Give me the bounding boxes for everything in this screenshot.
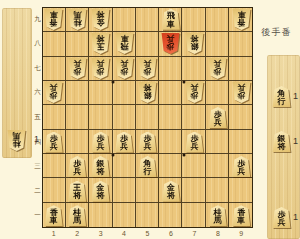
board-square[interactable] <box>182 105 205 129</box>
piece-kanji: 銀将 <box>272 131 291 152</box>
board-square[interactable] <box>66 105 89 129</box>
piece-kanji: 歩兵 <box>185 82 204 103</box>
board-square[interactable] <box>229 130 252 154</box>
piece-gote[interactable]: 王将 <box>68 181 87 202</box>
hand-piece-count: 1 <box>34 135 39 144</box>
piece-sente[interactable]: 歩兵 <box>185 82 204 103</box>
board-square[interactable] <box>182 57 205 81</box>
rank-label: 六 <box>33 89 42 96</box>
board-square[interactable] <box>206 178 229 202</box>
rank-label: 五 <box>33 114 42 121</box>
piece-gote[interactable]: 歩兵 <box>91 132 110 153</box>
piece-kanji: 歩兵 <box>68 58 87 79</box>
file-label: 8 <box>213 230 223 237</box>
piece-kanji: 歩兵 <box>91 58 110 79</box>
file-label: 7 <box>189 230 199 237</box>
board-square[interactable] <box>182 8 205 32</box>
piece-kanji: 歩兵 <box>115 132 134 153</box>
piece-gote[interactable]: 歩兵 <box>185 132 204 153</box>
piece-gote[interactable]: 歩兵 <box>232 156 251 177</box>
piece-sente[interactable]: 歩兵 <box>91 58 110 79</box>
piece-sente[interactable]: 歩兵 <box>115 58 134 79</box>
hand-piece-count: 1 <box>293 213 298 222</box>
piece-sente[interactable]: 桂馬 <box>68 9 87 30</box>
board-square[interactable] <box>229 57 252 81</box>
piece-gote[interactable]: 飛車 <box>161 9 180 30</box>
board-square[interactable] <box>66 130 89 154</box>
piece-kanji: 金将 <box>91 9 110 30</box>
file-label: 3 <box>96 230 106 237</box>
piece-kanji: 歩兵 <box>68 156 87 177</box>
piece-kanji: 歩兵 <box>272 207 291 228</box>
piece-kanji: 銀将 <box>91 156 110 177</box>
piece-gote[interactable]: 歩兵 <box>115 132 134 153</box>
piece-kanji: 桂馬 <box>68 9 87 30</box>
piece-gote[interactable]: 金将 <box>91 181 110 202</box>
piece-kanji: 歩兵 <box>208 107 227 128</box>
board-square[interactable] <box>113 8 136 32</box>
piece-kanji: 歩兵 <box>138 132 157 153</box>
board-square[interactable] <box>206 154 229 178</box>
piece-gote[interactable]: 歩兵 <box>68 156 87 177</box>
rank-label: 九 <box>33 16 42 23</box>
board-square[interactable] <box>159 154 182 178</box>
board-square[interactable] <box>182 178 205 202</box>
file-label: 4 <box>119 230 129 237</box>
piece-gote[interactable]: 桂馬 <box>68 205 87 226</box>
piece-kanji: 桂馬 <box>208 205 227 226</box>
piece-kanji: 角行 <box>138 156 157 177</box>
piece-kanji: 歩兵 <box>44 132 63 153</box>
piece-kanji: 歩兵 <box>185 132 204 153</box>
board-square[interactable] <box>159 130 182 154</box>
piece-kanji: 歩兵 <box>208 58 227 79</box>
piece-kanji: 香車 <box>232 9 251 30</box>
piece-kanji: 香車 <box>232 205 251 226</box>
hand-piece-count: 1 <box>293 92 298 101</box>
board-square[interactable] <box>136 203 159 227</box>
piece-gote[interactable]: 角行 <box>138 156 157 177</box>
piece-gote[interactable]: 歩兵 <box>44 132 63 153</box>
file-label: 1 <box>49 230 59 237</box>
piece-kanji: 金将 <box>161 181 180 202</box>
piece-sente[interactable]: 歩兵 <box>208 58 227 79</box>
piece-kanji: 桂馬 <box>68 205 87 226</box>
piece-kanji: 歩兵 <box>91 132 110 153</box>
file-label: 5 <box>143 230 153 237</box>
piece-gote[interactable]: 香車 <box>44 205 63 226</box>
board-square[interactable] <box>159 57 182 81</box>
board-square[interactable] <box>113 105 136 129</box>
piece-sente[interactable]: 銀将 <box>138 82 157 103</box>
piece-kanji: 桂馬 <box>7 130 26 151</box>
board-square[interactable] <box>206 8 229 32</box>
piece-kanji: 金将 <box>91 181 110 202</box>
board-square[interactable] <box>43 32 66 56</box>
piece-gote[interactable]: 歩兵 <box>208 107 227 128</box>
hoshi-dot <box>182 154 185 157</box>
board-square[interactable] <box>136 178 159 202</box>
board-square[interactable] <box>182 203 205 227</box>
piece-sente[interactable]: 香車 <box>232 9 251 30</box>
piece-kanji: 歩兵 <box>44 82 63 103</box>
piece-kanji: 飛車 <box>161 9 180 30</box>
piece-kanji: 歩兵 <box>232 156 251 177</box>
board-square[interactable] <box>229 32 252 56</box>
board-square[interactable] <box>206 81 229 105</box>
piece-sente[interactable]: 香車 <box>44 9 63 30</box>
board-square[interactable] <box>66 32 89 56</box>
piece-kanji: 飛車 <box>115 33 134 54</box>
board-square[interactable] <box>43 178 66 202</box>
piece-kanji: 歩兵 <box>138 58 157 79</box>
board-square[interactable] <box>113 178 136 202</box>
turn-indicator: 後手番 <box>253 26 300 39</box>
board-square[interactable] <box>43 57 66 81</box>
board-square[interactable] <box>43 105 66 129</box>
piece-kanji: 王将 <box>68 181 87 202</box>
board-square[interactable] <box>206 130 229 154</box>
rank-label: 七 <box>33 65 42 72</box>
rank-label: 一 <box>33 212 42 219</box>
piece-sente[interactable]: 金将 <box>91 9 110 30</box>
hand-piece-count: 1 <box>293 137 298 146</box>
board-square[interactable] <box>136 32 159 56</box>
piece-kanji: 銀将 <box>138 82 157 103</box>
board-square[interactable] <box>206 32 229 56</box>
rank-label: 三 <box>33 163 42 170</box>
piece-kanji: 歩兵 <box>115 58 134 79</box>
file-label: 2 <box>72 230 82 237</box>
board-square[interactable] <box>113 154 136 178</box>
piece-sente[interactable]: 飛車 <box>115 33 134 54</box>
piece-sente[interactable]: 歩兵 <box>68 58 87 79</box>
rank-label: 二 <box>33 188 42 195</box>
board-square[interactable] <box>113 203 136 227</box>
board-square[interactable] <box>89 203 112 227</box>
board-square[interactable] <box>89 81 112 105</box>
piece-sente[interactable]: 玉将 <box>91 33 110 54</box>
board-square[interactable] <box>43 154 66 178</box>
board-square[interactable] <box>136 8 159 32</box>
board-square[interactable] <box>159 81 182 105</box>
piece-gote[interactable]: 角行 <box>272 86 291 107</box>
piece-kanji: 玉将 <box>91 33 110 54</box>
hoshi-dot <box>112 80 115 83</box>
piece-sente[interactable]: 桂馬 <box>7 130 26 151</box>
board-square[interactable] <box>66 81 89 105</box>
piece-gote[interactable]: 金将 <box>161 181 180 202</box>
board-square[interactable] <box>229 178 252 202</box>
file-label: 6 <box>166 230 176 237</box>
board-square[interactable] <box>159 203 182 227</box>
piece-gote[interactable]: 歩兵 <box>138 132 157 153</box>
piece-gote[interactable]: 香車 <box>232 205 251 226</box>
piece-gote[interactable]: 歩兵 <box>272 207 291 228</box>
piece-kanji: 歩兵 <box>232 82 251 103</box>
piece-kanji: 角行 <box>272 86 291 107</box>
piece-kanji: 香車 <box>44 205 63 226</box>
board-square[interactable] <box>229 105 252 129</box>
piece-gote[interactable]: 銀将 <box>272 131 291 152</box>
piece-kanji: 香車 <box>44 9 63 30</box>
file-label: 9 <box>236 230 246 237</box>
board-square[interactable] <box>136 105 159 129</box>
last-move-piece-sente[interactable]: 歩兵 <box>161 33 180 54</box>
piece-gote[interactable]: 銀将 <box>91 156 110 177</box>
board-square[interactable] <box>182 154 205 178</box>
piece-kanji: 歩兵 <box>161 33 180 54</box>
piece-sente[interactable]: 銀将 <box>185 33 204 54</box>
piece-kanji: 銀将 <box>185 33 204 54</box>
piece-sente[interactable]: 歩兵 <box>232 82 251 103</box>
piece-sente[interactable]: 歩兵 <box>44 82 63 103</box>
rank-label: 八 <box>33 40 42 47</box>
hoshi-dot <box>112 154 115 157</box>
board-square[interactable] <box>113 81 136 105</box>
piece-gote[interactable]: 桂馬 <box>208 205 227 226</box>
board-square[interactable] <box>89 105 112 129</box>
board-square[interactable] <box>159 105 182 129</box>
piece-sente[interactable]: 歩兵 <box>138 58 157 79</box>
